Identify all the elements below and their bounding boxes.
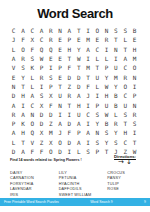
grid-cell-r12c11: S xyxy=(102,128,111,137)
grid-cell-r2c1: J xyxy=(9,35,18,44)
grid-cell-r5c5: I xyxy=(46,63,55,72)
grid-cell-r7c8: D xyxy=(74,82,83,91)
footer-page-number: 9 xyxy=(144,200,146,204)
grid-cell-r4c7: T xyxy=(65,54,74,63)
grid-cell-r12c14: I xyxy=(130,128,139,137)
grid-cell-r9c10: P xyxy=(93,100,102,109)
word-search-page: Word Search CACARNATIONSSBJFXCREPEMERTLE… xyxy=(0,0,150,212)
grid-cell-r9c1: A xyxy=(9,100,18,109)
grid-cell-r8c9: J xyxy=(83,91,92,100)
grid-cell-r10c3: N xyxy=(28,110,37,119)
word-list: DAISYCARNATIONFORSYTHIALAVENDARIRIS LILY… xyxy=(10,171,142,198)
grid-cell-r14c5: O xyxy=(46,147,55,156)
grid-cell-r6c6: E xyxy=(55,72,64,81)
grid-cell-r12c3: Q xyxy=(28,128,37,137)
grid-cell-r11c8: A xyxy=(74,119,83,128)
grid-cell-r2c13: L xyxy=(121,35,130,44)
grid-cell-r2c9: M xyxy=(83,35,92,44)
grid-cell-r10c12: L xyxy=(111,110,120,119)
grid-cell-r2c6: E xyxy=(55,35,64,44)
grid-cell-r11c4: D xyxy=(37,119,46,128)
grid-cell-r1c11: N xyxy=(102,26,111,35)
grid-cell-r10c7: I xyxy=(65,110,74,119)
grid-cell-r14c2: A xyxy=(18,147,27,156)
grid-cell-r9c3: C xyxy=(28,100,37,109)
grid-cell-r7c4: I xyxy=(37,82,46,91)
grid-cell-r13c13: C xyxy=(121,138,130,147)
grid-cell-r8c2: H xyxy=(18,91,27,100)
grid-cell-r4c11: L xyxy=(102,54,111,63)
grid-cell-r13c8: A xyxy=(74,138,83,147)
grid-cell-r7c13: O xyxy=(121,82,130,91)
grid-cell-r10c4: D xyxy=(37,110,46,119)
grid-cell-r13c12: S xyxy=(111,138,120,147)
grid-cell-r11c5: Z xyxy=(46,119,55,128)
grid-cell-r14c10: P xyxy=(93,147,102,156)
grid-cell-r7c1: N xyxy=(9,82,18,91)
grid-cell-r6c1: E xyxy=(9,72,18,81)
grid-cell-r13c2: T xyxy=(18,138,27,147)
grid-cell-r4c12: I xyxy=(111,54,120,63)
grid-cell-r5c10: T xyxy=(93,63,102,72)
grid-cell-r9c5: F xyxy=(46,100,55,109)
grid-cell-r10c11: W xyxy=(102,110,111,119)
grid-cell-r9c9: I xyxy=(83,100,92,109)
grid-cell-r5c13: C xyxy=(121,63,130,72)
grid-cell-r8c6: U xyxy=(55,91,64,100)
grid-cell-r1c14: B xyxy=(130,26,139,35)
grid-cell-r3c8: Y xyxy=(74,45,83,54)
grid-cell-r10c2: A xyxy=(18,110,27,119)
grid-cell-r13c4: Z xyxy=(37,138,46,147)
grid-cell-r9c7: T xyxy=(65,100,74,109)
grid-cell-r9c12: B xyxy=(111,100,120,109)
grid-cell-r13c6: O xyxy=(55,138,64,147)
grid-cell-r9c11: U xyxy=(102,100,111,109)
grid-cell-r2c10: E xyxy=(93,35,102,44)
word-list-col1: DAISYCARNATIONFORSYTHIALAVENDARIRIS xyxy=(10,171,45,198)
grid-cell-r3c9: A xyxy=(83,45,92,54)
grid-cell-r12c2: H xyxy=(18,128,27,137)
grid-cell-r7c12: Y xyxy=(111,82,120,91)
grid-cell-r11c3: O xyxy=(28,119,37,128)
grid-cell-r2c2: F xyxy=(18,35,27,44)
letter-grid: CACARNATIONSSBJFXCREPEMERTLELOFQQEHYACIN… xyxy=(9,26,139,156)
grid-cell-r6c3: L xyxy=(28,72,37,81)
grid-cell-r5c3: K xyxy=(28,63,37,72)
grid-cell-r14c4: F xyxy=(37,147,46,156)
grid-cell-r6c10: U xyxy=(93,72,102,81)
grid-cell-r7c3: L xyxy=(28,82,37,91)
grid-cell-r7c6: T xyxy=(55,82,64,91)
grid-cell-r1c6: N xyxy=(55,26,64,35)
grid-cell-r11c14: S xyxy=(130,119,139,128)
footer-bar: Free Printable Word Search Puzzles Word … xyxy=(0,198,150,206)
grid-cell-r10c8: U xyxy=(74,110,83,119)
grid-cell-r1c2: A xyxy=(18,26,27,35)
grid-cell-r4c3: S xyxy=(28,54,37,63)
grid-cell-r5c9: M xyxy=(83,63,92,72)
grid-cell-r5c8: T xyxy=(74,63,83,72)
grid-cell-r2c4: C xyxy=(37,35,46,44)
grid-cell-r7c2: T xyxy=(18,82,27,91)
grid-cell-r10c5: D xyxy=(46,110,55,119)
grid-cell-r6c7: D xyxy=(65,72,74,81)
grid-cell-r3c4: Q xyxy=(37,45,46,54)
grid-cell-r9c2: I xyxy=(18,100,27,109)
grid-cell-r11c6: A xyxy=(55,119,64,128)
grid-cell-r11c12: R xyxy=(111,119,120,128)
grid-cell-r6c4: R xyxy=(37,72,46,81)
grid-cell-r6c9: T xyxy=(83,72,92,81)
grid-cell-r8c7: R xyxy=(65,91,74,100)
grid-cell-r5c1: V xyxy=(9,63,18,72)
grid-cell-r3c12: N xyxy=(111,45,120,54)
grid-cell-r1c5: R xyxy=(46,26,55,35)
grid-cell-r10c10: S xyxy=(93,110,102,119)
grid-cell-r2c14: E xyxy=(130,35,139,44)
grid-cell-r14c3: F xyxy=(28,147,37,156)
grid-cell-r10c9: C xyxy=(83,110,92,119)
grid-cell-r3c6: E xyxy=(55,45,64,54)
direction-arrows-icon: → ↓ xyxy=(106,159,144,166)
grid-cell-r1c9: I xyxy=(83,26,92,35)
word-list-col2: LILYPETUNIAHYACINTHDAFFODILSSWEET WILLIA… xyxy=(59,171,94,198)
grid-cell-r5c12: U xyxy=(111,63,120,72)
grid-cell-r8c5: X xyxy=(46,91,55,100)
grid-cell-r3c14: H xyxy=(130,45,139,54)
grid-cell-r9c14: N xyxy=(130,100,139,109)
grid-cell-r5c7: F xyxy=(65,63,74,72)
grid-cell-r3c5: Q xyxy=(46,45,55,54)
grid-cell-r11c1: P xyxy=(9,119,18,128)
grid-cell-r1c4: A xyxy=(37,26,46,35)
grid-cell-r10c1: R xyxy=(9,110,18,119)
grid-cell-r6c5: S xyxy=(46,72,55,81)
grid-cell-r7c14: I xyxy=(130,82,139,91)
grid-cell-r6c8: D xyxy=(74,72,83,81)
footer-center-text: Word Search 9 xyxy=(90,200,113,204)
grid-cell-r2c8: E xyxy=(74,35,83,44)
grid-cell-r2c5: R xyxy=(46,35,55,44)
grid-cell-r8c11: H xyxy=(102,91,111,100)
grid-cell-r4c10: L xyxy=(93,54,102,63)
grid-cell-r11c11: B xyxy=(102,119,111,128)
grid-cell-r4c8: W xyxy=(74,54,83,63)
grid-cell-r8c13: C xyxy=(121,91,130,100)
grid-cell-r14c8: L xyxy=(74,147,83,156)
grid-cell-r10c14: R xyxy=(130,110,139,119)
grid-cell-r6c11: Y xyxy=(102,72,111,81)
grid-cell-r13c1: L xyxy=(9,138,18,147)
grid-cell-r7c7: Z xyxy=(65,82,74,91)
grid-cell-r3c1: L xyxy=(9,45,18,54)
grid-cell-r13c9: I xyxy=(83,138,92,147)
grid-cell-r8c4: S xyxy=(37,91,46,100)
grid-cell-r7c10: L xyxy=(93,82,102,91)
grid-cell-r5c14: O xyxy=(130,63,139,72)
grid-cell-r12c12: Y xyxy=(111,128,120,137)
grid-cell-r7c9: F xyxy=(83,82,92,91)
grid-cell-r9c4: X xyxy=(37,100,46,109)
grid-cell-r7c5: P xyxy=(46,82,55,91)
grid-cell-r3c13: T xyxy=(121,45,130,54)
grid-cell-r6c12: M xyxy=(111,72,120,81)
grid-cell-r3c2: O xyxy=(18,45,27,54)
grid-cell-r6c2: Y xyxy=(18,72,27,81)
grid-cell-r12c7: F xyxy=(65,128,74,137)
grid-cell-r2c3: X xyxy=(28,35,37,44)
word-list-item: ROSE xyxy=(107,187,142,192)
grid-cell-r4c9: I xyxy=(83,54,92,63)
grid-cell-r4c4: W xyxy=(37,54,46,63)
grid-cell-r14c9: S xyxy=(83,147,92,156)
grid-cell-r6c14: N xyxy=(130,72,139,81)
grid-cell-r8c14: P xyxy=(130,91,139,100)
grid-cell-r1c7: A xyxy=(65,26,74,35)
grid-cell-r13c7: D xyxy=(65,138,74,147)
grid-cell-r12c13: H xyxy=(121,128,130,137)
grid-cell-r6c13: R xyxy=(121,72,130,81)
grid-cell-r13c11: Y xyxy=(102,138,111,147)
grid-cell-r1c13: S xyxy=(121,26,130,35)
grid-cell-r11c2: K xyxy=(18,119,27,128)
puzzle-instruction: Find 14 words related to: Spring Flowers… xyxy=(10,158,105,162)
grid-cell-r5c11: P xyxy=(102,63,111,72)
grid-cell-r3c10: C xyxy=(93,45,102,54)
grid-cell-r4c14: M xyxy=(130,54,139,63)
directions-block: Directions: → ↓ xyxy=(106,154,144,166)
grid-cell-r1c1: C xyxy=(9,26,18,35)
grid-cell-r4c6: E xyxy=(55,54,64,63)
grid-cell-r13c10: S xyxy=(93,138,102,147)
grid-cell-r14c7: I xyxy=(65,147,74,156)
grid-cell-r1c10: O xyxy=(93,26,102,35)
grid-cell-r9c13: U xyxy=(121,100,130,109)
grid-cell-r12c9: A xyxy=(83,128,92,137)
grid-cell-r13c14: T xyxy=(130,138,139,147)
grid-cell-r4c2: R xyxy=(18,54,27,63)
grid-cell-r8c3: A xyxy=(28,91,37,100)
word-list-col3: CROCUSPANSYTULIPROSE xyxy=(107,171,142,198)
grid-cell-r12c10: N xyxy=(93,128,102,137)
grid-cell-r8c10: I xyxy=(93,91,102,100)
grid-cell-r4c13: A xyxy=(121,54,130,63)
grid-cell-r12c1: A xyxy=(9,128,18,137)
grid-cell-r11c7: D xyxy=(65,119,74,128)
grid-cell-r8c8: A xyxy=(74,91,83,100)
grid-cell-r5c4: P xyxy=(37,63,46,72)
grid-cell-r3c7: H xyxy=(65,45,74,54)
grid-cell-r12c8: P xyxy=(74,128,83,137)
grid-cell-r12c6: J xyxy=(55,128,64,137)
grid-cell-r3c11: I xyxy=(102,45,111,54)
grid-cell-r3c3: F xyxy=(28,45,37,54)
grid-cell-r12c5: M xyxy=(46,128,55,137)
grid-cell-r14c1: D xyxy=(9,147,18,156)
grid-cell-r11c13: T xyxy=(121,119,130,128)
grid-cell-r4c1: A xyxy=(9,54,18,63)
grid-cell-r5c2: S xyxy=(18,63,27,72)
grid-cell-r10c6: I xyxy=(55,110,64,119)
grid-cell-r8c1: D xyxy=(9,91,18,100)
grid-cell-r7c11: W xyxy=(102,82,111,91)
grid-cell-r13c5: X xyxy=(46,138,55,147)
grid-cell-r9c6: N xyxy=(55,100,64,109)
grid-cell-r13c3: V xyxy=(28,138,37,147)
page-title: Word Search xyxy=(0,6,150,21)
grid-cell-r2c7: P xyxy=(65,35,74,44)
grid-cell-r1c12: S xyxy=(111,26,120,35)
grid-cell-r10c13: S xyxy=(121,110,130,119)
grid-cell-r14c6: D xyxy=(55,147,64,156)
grid-cell-r2c11: R xyxy=(102,35,111,44)
grid-cell-r11c10: Y xyxy=(93,119,102,128)
grid-cell-r5c6: P xyxy=(55,63,64,72)
grid-cell-r12c4: X xyxy=(37,128,46,137)
grid-cell-r2c12: T xyxy=(111,35,120,44)
grid-cell-r11c9: I xyxy=(83,119,92,128)
grid-cell-r8c12: B xyxy=(111,91,120,100)
grid-cell-r1c8: T xyxy=(74,26,83,35)
footer-left-text: Free Printable Word Search Puzzles xyxy=(4,200,59,204)
grid-cell-r4c5: E xyxy=(46,54,55,63)
grid-cell-r1c3: C xyxy=(28,26,37,35)
grid-cell-r9c8: H xyxy=(74,100,83,109)
